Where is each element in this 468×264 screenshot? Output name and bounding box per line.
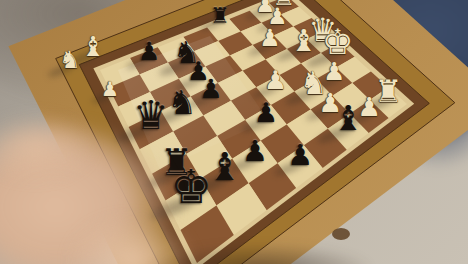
photo-scene: ♜♟♜♟♛♟♝♝♚♟♞♞♟♟♟♞♟♟♜♟♞♟♟♛♝♟♟♜♝♚ [0, 0, 468, 264]
drawer-knob [332, 228, 350, 240]
table-underside-shadow [150, 244, 370, 264]
